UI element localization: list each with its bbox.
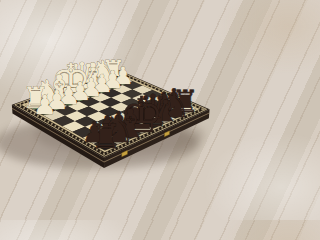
floor: ♜♞♟♝♟♛♟♚♟♝♟♞♟♟♜♟♟♜♟♟♞♟♝♟♛♟♚♟♝♟♞♜ xyxy=(0,0,220,220)
chess-board-photo: ♜♞♟♝♟♛♟♚♟♝♟♞♟♟♜♟♟♜♟♟♞♟♝♟♛♟♚♟♝♟♞♜ xyxy=(0,0,220,220)
piece-black-rook-h8: ♜ xyxy=(91,117,121,156)
piece-white-pawn-h2: ♟ xyxy=(33,90,57,120)
